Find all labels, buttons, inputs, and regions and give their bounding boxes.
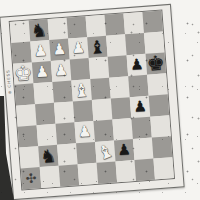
square-b4	[35, 103, 56, 125]
square-d4	[73, 100, 94, 122]
square-c5	[52, 80, 73, 102]
square-g2	[133, 138, 154, 160]
board-grid: ✣♞♟♟♟♝♚♟♟♟♚♝♟♟♞♝♟	[10, 11, 174, 190]
square-g7	[125, 33, 146, 55]
square-d3	[74, 121, 95, 143]
square-b8	[29, 19, 50, 41]
square-c3	[56, 122, 77, 144]
square-a6	[13, 62, 34, 84]
square-e3	[93, 120, 114, 142]
square-d8	[67, 16, 88, 38]
square-h3	[150, 115, 171, 137]
square-a4	[16, 104, 37, 126]
chess-board: ⊕ CHESS ✣♞♟♟♟♝♚♟♟♟♚♝♟♟♞♝♟	[0, 4, 185, 200]
board-corner-emblem: ✣	[21, 167, 42, 189]
square-h4	[149, 94, 170, 116]
square-d7	[68, 37, 89, 59]
square-h2	[152, 136, 173, 158]
square-a2	[19, 146, 40, 168]
square-c7	[49, 39, 70, 61]
square-b5	[33, 82, 54, 104]
square-h6	[146, 52, 167, 74]
square-h8	[142, 11, 163, 33]
square-g1	[134, 159, 155, 181]
square-e7	[87, 36, 108, 58]
square-f3	[112, 118, 133, 140]
square-e8	[86, 15, 107, 37]
chessboard-photo: ⊕ CHESS ✣♞♟♟♟♝♚♟♟♟♚♝♟♟♞♝♟	[0, 0, 200, 200]
board-brand-text: ⊕ CHESS	[5, 69, 12, 94]
square-f7	[106, 34, 127, 56]
square-c8	[48, 18, 69, 40]
square-a8	[10, 21, 31, 43]
square-f6	[108, 55, 129, 77]
square-d5	[71, 79, 92, 101]
square-h7	[144, 31, 165, 53]
square-e5	[90, 78, 111, 100]
square-g6	[127, 54, 148, 76]
square-b7	[30, 40, 51, 62]
square-a5	[14, 83, 35, 105]
square-g5	[128, 75, 149, 97]
square-g4	[130, 96, 151, 118]
square-b2	[38, 145, 59, 167]
square-g3	[131, 117, 152, 139]
square-a7	[11, 41, 32, 63]
square-c6	[51, 60, 72, 82]
square-f5	[109, 76, 130, 98]
square-c1	[59, 164, 80, 186]
square-f8	[104, 13, 125, 35]
square-c4	[54, 101, 75, 123]
square-b6	[32, 61, 53, 83]
square-f2	[114, 139, 135, 161]
square-e2	[95, 140, 116, 162]
square-c2	[57, 143, 78, 165]
square-f4	[111, 97, 132, 119]
square-h1	[153, 157, 174, 179]
square-d1	[78, 163, 99, 185]
square-b3	[37, 124, 58, 146]
square-h5	[147, 73, 168, 95]
square-f1	[116, 160, 137, 182]
square-e1	[97, 161, 118, 183]
square-b1	[40, 166, 61, 188]
square-g8	[123, 12, 144, 34]
square-e4	[92, 99, 113, 121]
square-a3	[18, 125, 39, 147]
square-d2	[76, 142, 97, 164]
square-e6	[89, 57, 110, 79]
square-d6	[70, 58, 91, 80]
